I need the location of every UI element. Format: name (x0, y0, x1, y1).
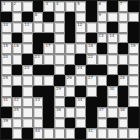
grid-cell-7-2[interactable] (22, 75, 33, 86)
clue-number: 6 (99, 2, 102, 6)
grid-cell-5-0[interactable]: 20 (1, 54, 12, 65)
grid-cell-9-1[interactable]: 32 (12, 97, 23, 108)
grid-cell-4-1[interactable]: 16 (12, 43, 23, 54)
grid-cell-0-2[interactable] (22, 1, 33, 12)
block-cell-1-0 (1, 12, 12, 23)
clue-number: 38 (120, 108, 125, 112)
grid-cell-8-5[interactable]: 29 (54, 86, 65, 97)
grid-cell-1-9[interactable]: 9 (97, 12, 108, 23)
grid-cell-3-10[interactable]: 14 (107, 33, 118, 44)
grid-cell-2-7[interactable]: 12 (75, 22, 86, 33)
grid-cell-1-10[interactable] (107, 12, 118, 23)
grid-cell-1-11[interactable] (118, 12, 129, 23)
block-cell-0-12 (128, 1, 139, 12)
grid-cell-2-8[interactable] (86, 22, 97, 33)
grid-cell-7-0[interactable]: 25 (1, 75, 12, 86)
block-cell-3-8 (86, 33, 97, 44)
grid-cell-4-5[interactable] (54, 43, 65, 54)
clue-number: 3 (45, 2, 48, 6)
grid-cell-2-0[interactable]: 10 (1, 22, 12, 33)
clue-number: 13 (99, 34, 104, 38)
block-cell-9-8 (86, 97, 97, 108)
block-cell-11-10 (107, 118, 118, 129)
grid-cell-7-9[interactable] (97, 75, 108, 86)
grid-cell-12-12[interactable] (128, 128, 139, 139)
grid-cell-10-11[interactable]: 38 (118, 107, 129, 118)
clue-number: 33 (35, 98, 40, 102)
grid-cell-7-7[interactable] (75, 75, 86, 86)
clue-number: 25 (3, 76, 8, 80)
grid-cell-5-11[interactable] (118, 54, 129, 65)
clue-number: 21 (35, 55, 40, 59)
block-cell-4-3 (33, 43, 44, 54)
block-cell-1-4 (43, 12, 54, 23)
block-cell-11-8 (86, 118, 97, 129)
grid-cell-5-10[interactable] (107, 54, 118, 65)
grid-cell-5-12[interactable] (128, 54, 139, 65)
grid-cell-1-5[interactable] (54, 12, 65, 23)
block-cell-6-8 (86, 65, 97, 76)
block-cell-11-12 (128, 118, 139, 129)
block-cell-1-2 (22, 12, 33, 23)
block-cell-8-4 (43, 86, 54, 97)
grid-cell-5-9[interactable] (97, 54, 108, 65)
grid-cell-6-7[interactable]: 24 (75, 65, 86, 76)
grid-cell-6-2[interactable]: 23 (22, 65, 33, 76)
grid-cell-7-6[interactable]: 26 (65, 75, 76, 86)
grid-cell-10-9[interactable]: 37 (97, 107, 108, 118)
block-cell-7-10 (107, 75, 118, 86)
block-cell-1-6 (65, 12, 76, 23)
grid-cell-11-9[interactable] (97, 118, 108, 129)
grid-cell-3-11[interactable] (118, 33, 129, 44)
grid-cell-10-6[interactable] (65, 107, 76, 118)
grid-cell-12-3[interactable]: 40 (33, 128, 44, 139)
clue-number: 18 (88, 44, 93, 48)
clue-number: 19 (130, 44, 135, 48)
grid-cell-4-12[interactable]: 19 (128, 43, 139, 54)
grid-cell-5-1[interactable] (12, 54, 23, 65)
block-cell-5-2 (22, 54, 33, 65)
grid-cell-0-6[interactable] (65, 1, 76, 12)
clue-number: 31 (3, 98, 8, 102)
grid-cell-9-7[interactable]: 34 (75, 97, 86, 108)
grid-cell-9-3[interactable]: 33 (33, 97, 44, 108)
grid-cell-4-0[interactable]: 15 (1, 43, 12, 54)
block-cell-7-5 (54, 75, 65, 86)
grid-cell-3-7[interactable] (75, 33, 86, 44)
grid-cell-4-7[interactable] (75, 43, 86, 54)
clue-number: 20 (3, 55, 8, 59)
block-cell-12-2 (22, 128, 33, 139)
grid-cell-12-9[interactable] (97, 128, 108, 139)
block-cell-6-6 (65, 65, 76, 76)
grid-cell-7-4[interactable] (43, 75, 54, 86)
clue-number: 35 (14, 108, 19, 112)
grid-cell-8-12[interactable] (128, 86, 139, 97)
clue-number: 23 (24, 66, 29, 70)
grid-cell-0-4[interactable]: 3 (43, 1, 54, 12)
block-cell-2-6 (65, 22, 76, 33)
block-cell-3-6 (65, 33, 76, 44)
block-cell-0-8 (86, 1, 97, 12)
clue-number: 37 (99, 108, 104, 112)
grid-cell-6-0[interactable] (1, 65, 12, 76)
grid-cell-12-10[interactable] (107, 128, 118, 139)
grid-cell-11-1[interactable] (12, 118, 23, 129)
clue-number: 11 (24, 23, 29, 27)
grid-cell-8-2[interactable] (22, 86, 33, 97)
grid-cell-1-12[interactable] (128, 12, 139, 23)
clue-number: 30 (109, 87, 114, 91)
clue-number: 1 (3, 2, 6, 6)
grid-cell-11-2[interactable] (22, 118, 33, 129)
grid-cell-1-1[interactable] (12, 12, 23, 23)
block-cell-10-4 (43, 107, 54, 118)
clue-number: 28 (120, 76, 125, 80)
block-cell-0-3 (33, 1, 44, 12)
block-cell-9-6 (65, 97, 76, 108)
clue-number: 27 (88, 76, 93, 80)
grid-cell-6-12[interactable] (128, 65, 139, 76)
block-cell-6-11 (118, 65, 129, 76)
grid-cell-12-5[interactable] (54, 128, 65, 139)
grid-cell-4-8[interactable]: 18 (86, 43, 97, 54)
grid-cell-4-6[interactable] (65, 43, 76, 54)
clue-number: 4 (56, 2, 59, 6)
block-cell-3-12 (128, 33, 139, 44)
grid-cell-5-3[interactable]: 21 (33, 54, 44, 65)
grid-cell-11-3[interactable] (33, 118, 44, 129)
block-cell-10-8 (86, 107, 97, 118)
grid-cell-9-10[interactable] (107, 97, 118, 108)
block-cell-9-9 (97, 97, 108, 108)
clue-number: 7 (120, 2, 123, 6)
grid-cell-12-6[interactable] (65, 128, 76, 139)
grid-cell-4-4[interactable]: 17 (43, 43, 54, 54)
block-cell-1-8 (86, 12, 97, 23)
grid-cell-10-10[interactable] (107, 107, 118, 118)
grid-cell-5-8[interactable]: 22 (86, 54, 97, 65)
block-cell-2-12 (128, 22, 139, 33)
block-cell-8-3 (33, 86, 44, 97)
grid-cell-10-3[interactable] (33, 107, 44, 118)
block-cell-11-4 (43, 118, 54, 129)
grid-cell-5-4[interactable] (43, 54, 54, 65)
grid-cell-9-2[interactable] (22, 97, 33, 108)
block-cell-8-7 (75, 86, 86, 97)
block-cell-3-1 (12, 33, 23, 44)
grid-cell-10-5[interactable]: 36 (54, 107, 65, 118)
grid-cell-12-11[interactable] (118, 128, 129, 139)
block-cell-8-1 (12, 86, 23, 97)
clue-number: 5 (77, 2, 80, 6)
block-cell-11-6 (65, 118, 76, 129)
block-cell-8-9 (97, 86, 108, 97)
grid-cell-2-4[interactable] (43, 22, 54, 33)
block-cell-0-10 (107, 1, 118, 12)
grid-cell-0-9[interactable]: 6 (97, 1, 108, 12)
grid-cell-2-2[interactable]: 11 (22, 22, 33, 33)
block-cell-8-11 (118, 86, 129, 97)
grid-cell-8-10[interactable]: 30 (107, 86, 118, 97)
grid-cell-8-0[interactable] (1, 86, 12, 97)
grid-cell-12-4[interactable] (43, 128, 54, 139)
clue-number: 8 (35, 13, 38, 17)
block-cell-3-3 (33, 33, 44, 44)
block-cell-4-11 (118, 43, 129, 54)
block-cell-3-4 (43, 33, 54, 44)
clue-number: 29 (56, 87, 61, 91)
clue-number: 22 (88, 55, 93, 59)
grid-cell-12-8[interactable]: 41 (86, 128, 97, 139)
grid-cell-0-1[interactable]: 2 (12, 1, 23, 12)
grid-cell-9-5[interactable] (54, 97, 65, 108)
block-cell-6-3 (33, 65, 44, 76)
grid-cell-0-11[interactable]: 7 (118, 1, 129, 12)
clue-number: 2 (14, 2, 17, 6)
grid-cell-2-3[interactable] (33, 22, 44, 33)
block-cell-4-9 (97, 43, 108, 54)
block-cell-6-9 (97, 65, 108, 76)
grid-cell-12-1[interactable] (12, 128, 23, 139)
block-cell-5-7 (75, 54, 86, 65)
grid-cell-7-8[interactable]: 27 (86, 75, 97, 86)
grid-cell-11-11[interactable] (118, 118, 129, 129)
grid-cell-1-7[interactable] (75, 12, 86, 23)
grid-cell-6-10[interactable] (107, 65, 118, 76)
grid-cell-11-0[interactable]: 39 (1, 118, 12, 129)
grid-cell-0-5[interactable]: 4 (54, 1, 65, 12)
grid-cell-6-5[interactable] (54, 65, 65, 76)
block-cell-10-0 (1, 107, 12, 118)
grid-cell-5-6[interactable] (65, 54, 76, 65)
grid-cell-1-3[interactable]: 8 (33, 12, 44, 23)
clue-number: 9 (99, 13, 102, 17)
block-cell-6-1 (12, 65, 23, 76)
grid-cell-2-5[interactable] (54, 22, 65, 33)
block-cell-2-10 (107, 22, 118, 33)
grid-cell-8-8[interactable] (86, 86, 97, 97)
grid-cell-4-10[interactable] (107, 43, 118, 54)
grid-cell-7-11[interactable]: 28 (118, 75, 129, 86)
grid-cell-2-9[interactable] (97, 22, 108, 33)
grid-cell-3-0[interactable] (1, 33, 12, 44)
grid-cell-2-1[interactable] (12, 22, 23, 33)
grid-cell-10-7[interactable] (75, 107, 86, 118)
grid-cell-7-1[interactable] (12, 75, 23, 86)
clue-number: 15 (3, 44, 8, 48)
grid-cell-3-5[interactable] (54, 33, 65, 44)
grid-cell-0-7[interactable]: 5 (75, 1, 86, 12)
clue-number: 14 (109, 34, 114, 38)
clue-number: 12 (77, 23, 82, 27)
clue-number: 16 (14, 44, 19, 48)
clue-number: 24 (77, 66, 82, 70)
grid-cell-11-7[interactable] (75, 118, 86, 129)
clue-number: 10 (3, 23, 8, 27)
grid-cell-11-5[interactable] (54, 118, 65, 129)
block-cell-10-12 (128, 107, 139, 118)
grid-cell-10-2[interactable] (22, 107, 33, 118)
grid-cell-5-5[interactable] (54, 54, 65, 65)
clue-number: 39 (3, 119, 8, 123)
grid-cell-10-1[interactable]: 35 (12, 107, 23, 118)
clue-number: 40 (35, 129, 40, 133)
crossword-grid: 1234567891011121314151617181920212223242… (0, 0, 140, 140)
grid-cell-3-2[interactable] (22, 33, 33, 44)
clue-number: 41 (88, 129, 93, 133)
grid-cell-7-12[interactable] (128, 75, 139, 86)
clue-number: 32 (14, 98, 19, 102)
grid-cell-9-12[interactable] (128, 97, 139, 108)
block-cell-12-7 (75, 128, 86, 139)
grid-cell-4-2[interactable] (22, 43, 33, 54)
block-cell-9-11 (118, 97, 129, 108)
grid-cell-3-9[interactable]: 13 (97, 33, 108, 44)
clue-number: 17 (45, 44, 50, 48)
grid-cell-8-6[interactable] (65, 86, 76, 97)
block-cell-9-4 (43, 97, 54, 108)
grid-cell-7-3[interactable] (33, 75, 44, 86)
grid-cell-2-11[interactable] (118, 22, 129, 33)
grid-cell-9-0[interactable]: 31 (1, 97, 12, 108)
clue-number: 36 (56, 108, 61, 112)
clue-number: 26 (67, 76, 72, 80)
block-cell-12-0 (1, 128, 12, 139)
grid-cell-0-0[interactable]: 1 (1, 1, 12, 12)
block-cell-6-4 (43, 65, 54, 76)
clue-number: 34 (77, 98, 82, 102)
